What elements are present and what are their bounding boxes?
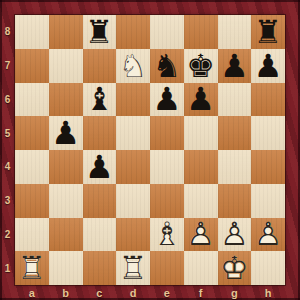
rank-labels: 87654321 [0, 15, 15, 285]
square-g7[interactable]: ♟ [218, 49, 252, 83]
square-d8[interactable] [116, 15, 150, 49]
chessboard-frame: 87654321 abcdefgh ♜♜♞♘♞♚♟♟♝♟♟♟♟♝♗♟♙♟♙♟♙♜… [0, 0, 300, 300]
square-h8[interactable]: ♜ [251, 15, 285, 49]
square-d2[interactable] [116, 218, 150, 252]
square-h6[interactable] [251, 83, 285, 117]
square-h3[interactable] [251, 184, 285, 218]
square-e3[interactable] [150, 184, 184, 218]
rank-label-4: 4 [0, 150, 15, 184]
square-a8[interactable] [15, 15, 49, 49]
square-d1[interactable]: ♜♖ [116, 251, 150, 285]
white-bishop: ♝♗ [150, 218, 184, 252]
square-g6[interactable] [218, 83, 252, 117]
square-c5[interactable] [83, 116, 117, 150]
square-d7[interactable]: ♞♘ [116, 49, 150, 83]
square-g8[interactable] [218, 15, 252, 49]
white-king: ♚♔ [218, 251, 252, 285]
square-h2[interactable]: ♟♙ [251, 218, 285, 252]
black-pawn: ♟ [49, 116, 83, 150]
file-label-h: h [251, 285, 285, 300]
black-pawn: ♟ [218, 49, 252, 83]
black-king: ♚ [184, 49, 218, 83]
square-e5[interactable] [150, 116, 184, 150]
white-knight: ♞♘ [116, 49, 150, 83]
square-d5[interactable] [116, 116, 150, 150]
square-a7[interactable] [15, 49, 49, 83]
white-rook: ♜♖ [15, 251, 49, 285]
square-b2[interactable] [49, 218, 83, 252]
square-b4[interactable] [49, 150, 83, 184]
file-label-g: g [218, 285, 252, 300]
square-f8[interactable] [184, 15, 218, 49]
black-rook: ♜ [83, 15, 117, 49]
chess-board: ♜♜♞♘♞♚♟♟♝♟♟♟♟♝♗♟♙♟♙♟♙♜♖♜♖♚♔ [15, 15, 285, 285]
square-c8[interactable]: ♜ [83, 15, 117, 49]
square-h5[interactable] [251, 116, 285, 150]
square-f7[interactable]: ♚ [184, 49, 218, 83]
square-d3[interactable] [116, 184, 150, 218]
square-a1[interactable]: ♜♖ [15, 251, 49, 285]
square-b7[interactable] [49, 49, 83, 83]
square-b8[interactable] [49, 15, 83, 49]
file-label-a: a [15, 285, 49, 300]
file-labels: abcdefgh [15, 285, 285, 300]
square-e7[interactable]: ♞ [150, 49, 184, 83]
square-b1[interactable] [49, 251, 83, 285]
square-e8[interactable] [150, 15, 184, 49]
square-e1[interactable] [150, 251, 184, 285]
file-label-f: f [184, 285, 218, 300]
square-g4[interactable] [218, 150, 252, 184]
square-b3[interactable] [49, 184, 83, 218]
square-e4[interactable] [150, 150, 184, 184]
white-pawn: ♟♙ [251, 218, 285, 252]
rank-label-5: 5 [0, 116, 15, 150]
square-a6[interactable] [15, 83, 49, 117]
square-d6[interactable] [116, 83, 150, 117]
black-bishop: ♝ [83, 83, 117, 117]
black-pawn: ♟ [83, 150, 117, 184]
square-g5[interactable] [218, 116, 252, 150]
square-c4[interactable]: ♟ [83, 150, 117, 184]
square-c6[interactable]: ♝ [83, 83, 117, 117]
black-knight: ♞ [150, 49, 184, 83]
file-label-d: d [116, 285, 150, 300]
black-pawn: ♟ [251, 49, 285, 83]
square-e2[interactable]: ♝♗ [150, 218, 184, 252]
square-a2[interactable] [15, 218, 49, 252]
square-c2[interactable] [83, 218, 117, 252]
rank-label-1: 1 [0, 251, 15, 285]
black-pawn: ♟ [184, 83, 218, 117]
white-rook: ♜♖ [116, 251, 150, 285]
square-c1[interactable] [83, 251, 117, 285]
black-rook: ♜ [251, 15, 285, 49]
rank-label-3: 3 [0, 184, 15, 218]
square-h4[interactable] [251, 150, 285, 184]
square-g2[interactable]: ♟♙ [218, 218, 252, 252]
black-pawn: ♟ [150, 83, 184, 117]
square-a5[interactable] [15, 116, 49, 150]
file-label-c: c [83, 285, 117, 300]
file-label-e: e [150, 285, 184, 300]
rank-label-7: 7 [0, 49, 15, 83]
square-h7[interactable]: ♟ [251, 49, 285, 83]
white-pawn: ♟♙ [184, 218, 218, 252]
square-c3[interactable] [83, 184, 117, 218]
file-label-b: b [49, 285, 83, 300]
white-pawn: ♟♙ [218, 218, 252, 252]
square-f4[interactable] [184, 150, 218, 184]
square-b5[interactable]: ♟ [49, 116, 83, 150]
square-f2[interactable]: ♟♙ [184, 218, 218, 252]
square-b6[interactable] [49, 83, 83, 117]
square-a3[interactable] [15, 184, 49, 218]
rank-label-8: 8 [0, 15, 15, 49]
square-g3[interactable] [218, 184, 252, 218]
square-f3[interactable] [184, 184, 218, 218]
square-d4[interactable] [116, 150, 150, 184]
rank-label-2: 2 [0, 218, 15, 252]
square-c7[interactable] [83, 49, 117, 83]
square-f6[interactable]: ♟ [184, 83, 218, 117]
square-h1[interactable] [251, 251, 285, 285]
square-a4[interactable] [15, 150, 49, 184]
square-g1[interactable]: ♚♔ [218, 251, 252, 285]
square-f5[interactable] [184, 116, 218, 150]
square-e6[interactable]: ♟ [150, 83, 184, 117]
rank-label-6: 6 [0, 83, 15, 117]
square-f1[interactable] [184, 251, 218, 285]
